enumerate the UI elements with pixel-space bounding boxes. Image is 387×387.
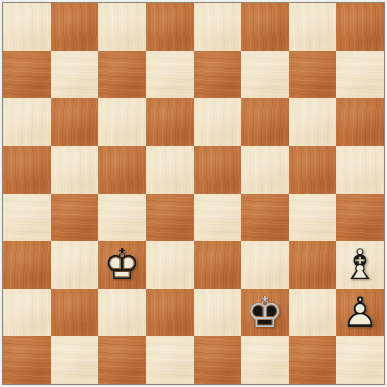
square-a4[interactable] — [3, 194, 51, 242]
square-c5[interactable] — [98, 146, 146, 194]
square-f3[interactable] — [241, 241, 289, 289]
square-b8[interactable] — [51, 3, 99, 51]
piece-outline-glyph: ♙ — [336, 289, 384, 337]
chess-board: ♚♔♝♗♚♔♟♙ — [3, 3, 384, 384]
square-b7[interactable] — [51, 51, 99, 99]
square-b2[interactable] — [51, 289, 99, 337]
white-pawn[interactable]: ♟♙ — [336, 289, 384, 337]
square-g4[interactable] — [289, 194, 337, 242]
square-e3[interactable] — [194, 241, 242, 289]
square-g7[interactable] — [289, 51, 337, 99]
square-a5[interactable] — [3, 146, 51, 194]
square-c6[interactable] — [98, 98, 146, 146]
square-a3[interactable] — [3, 241, 51, 289]
piece-outline-glyph: ♔ — [241, 289, 289, 337]
square-e6[interactable] — [194, 98, 242, 146]
square-c7[interactable] — [98, 51, 146, 99]
square-d3[interactable] — [146, 241, 194, 289]
white-bishop[interactable]: ♝♗ — [336, 241, 384, 289]
square-h1[interactable] — [336, 336, 384, 384]
square-f8[interactable] — [241, 3, 289, 51]
square-e2[interactable] — [194, 289, 242, 337]
square-d1[interactable] — [146, 336, 194, 384]
square-c2[interactable] — [98, 289, 146, 337]
square-h7[interactable] — [336, 51, 384, 99]
square-g5[interactable] — [289, 146, 337, 194]
square-f1[interactable] — [241, 336, 289, 384]
square-g1[interactable] — [289, 336, 337, 384]
square-h2[interactable]: ♟♙ — [336, 289, 384, 337]
square-g2[interactable] — [289, 289, 337, 337]
square-c3[interactable]: ♚♔ — [98, 241, 146, 289]
square-e8[interactable] — [194, 3, 242, 51]
square-a7[interactable] — [3, 51, 51, 99]
square-d8[interactable] — [146, 3, 194, 51]
board-border: ♚♔♝♗♚♔♟♙ — [2, 2, 385, 385]
square-a1[interactable] — [3, 336, 51, 384]
square-b6[interactable] — [51, 98, 99, 146]
square-h8[interactable] — [336, 3, 384, 51]
square-a8[interactable] — [3, 3, 51, 51]
square-h6[interactable] — [336, 98, 384, 146]
square-d5[interactable] — [146, 146, 194, 194]
square-a6[interactable] — [3, 98, 51, 146]
square-b5[interactable] — [51, 146, 99, 194]
square-f2[interactable]: ♚♔ — [241, 289, 289, 337]
board-frame: ♚♔♝♗♚♔♟♙ — [0, 0, 387, 387]
white-king[interactable]: ♚♔ — [98, 241, 146, 289]
square-a2[interactable] — [3, 289, 51, 337]
square-c8[interactable] — [98, 3, 146, 51]
square-f5[interactable] — [241, 146, 289, 194]
square-d4[interactable] — [146, 194, 194, 242]
square-g3[interactable] — [289, 241, 337, 289]
black-king[interactable]: ♚♔ — [241, 289, 289, 337]
square-d6[interactable] — [146, 98, 194, 146]
square-f7[interactable] — [241, 51, 289, 99]
piece-outline-glyph: ♗ — [336, 241, 384, 289]
square-f6[interactable] — [241, 98, 289, 146]
square-e4[interactable] — [194, 194, 242, 242]
square-h3[interactable]: ♝♗ — [336, 241, 384, 289]
piece-outline-glyph: ♔ — [98, 241, 146, 289]
square-e7[interactable] — [194, 51, 242, 99]
square-c1[interactable] — [98, 336, 146, 384]
square-h4[interactable] — [336, 194, 384, 242]
square-e1[interactable] — [194, 336, 242, 384]
square-e5[interactable] — [194, 146, 242, 194]
square-b4[interactable] — [51, 194, 99, 242]
square-f4[interactable] — [241, 194, 289, 242]
square-d2[interactable] — [146, 289, 194, 337]
square-b1[interactable] — [51, 336, 99, 384]
square-c4[interactable] — [98, 194, 146, 242]
square-g6[interactable] — [289, 98, 337, 146]
square-d7[interactable] — [146, 51, 194, 99]
square-b3[interactable] — [51, 241, 99, 289]
square-h5[interactable] — [336, 146, 384, 194]
square-g8[interactable] — [289, 3, 337, 51]
